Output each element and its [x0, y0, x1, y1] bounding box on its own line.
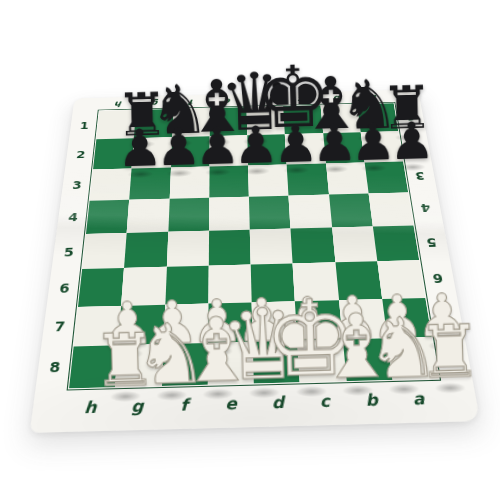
chess-board: ♜♞♝♛♚♝♞♜♟♟♟♟♟♟♟♟♟♟♟♟♟♟♟♟♜♞♝♛♚♝♞♜: [69, 103, 439, 388]
rank-label-left-6: 6: [59, 282, 71, 295]
rank-label-left-4: 4: [68, 212, 79, 224]
file-label-bottom-c: c: [319, 394, 330, 410]
square-f4: [168, 198, 209, 232]
square-f5: [166, 231, 208, 267]
square-d5: [250, 229, 293, 265]
square-g4: [127, 199, 169, 233]
square-b5: [332, 226, 377, 262]
square-h5: [82, 233, 127, 269]
file-label-bottom-b: b: [365, 393, 379, 410]
file-label-bottom-d: d: [271, 395, 284, 412]
rank-label-left-7: 7: [54, 320, 66, 334]
square-c5: [291, 228, 335, 264]
square-g5: [124, 232, 168, 268]
file-label-bottom-g: g: [131, 399, 144, 416]
square-h4: [86, 200, 129, 234]
file-label-bottom-f: f: [180, 398, 188, 414]
rank-label-left-3: 3: [72, 180, 83, 191]
chess-mat: ♜♞♝♛♚♝♞♜♟♟♟♟♟♟♟♟♟♟♟♟♟♟♟♟♜♞♝♛♚♝♞♜ 1234567…: [30, 89, 481, 432]
square-b4: [329, 193, 373, 227]
square-e4: [209, 197, 250, 231]
black-pawn-icon: ♟: [389, 116, 436, 168]
rank-label-right-4: 4: [420, 203, 432, 214]
photo-scene: ♜♞♝♛♚♝♞♜♟♟♟♟♟♟♟♟♟♟♟♟♟♟♟♟♜♞♝♛♚♝♞♜ 1234567…: [0, 0, 500, 500]
file-label-bottom-a: a: [412, 391, 426, 408]
rank-label-left-1: 1: [79, 120, 89, 130]
white-rook-icon: ♜: [416, 315, 483, 389]
file-label-bottom-e: e: [225, 396, 237, 413]
square-e5: [209, 230, 251, 266]
square-d4: [249, 195, 291, 229]
square-c4: [289, 194, 332, 228]
square-a5: [373, 225, 420, 261]
rank-label-left-8: 8: [49, 360, 61, 375]
file-label-bottom-h: h: [83, 400, 97, 417]
rank-label-left-2: 2: [76, 149, 86, 159]
square-a4: [368, 192, 413, 226]
rank-label-left-5: 5: [63, 246, 74, 258]
rank-label-right-5: 5: [426, 236, 438, 248]
rank-label-right-3: 3: [414, 171, 425, 182]
